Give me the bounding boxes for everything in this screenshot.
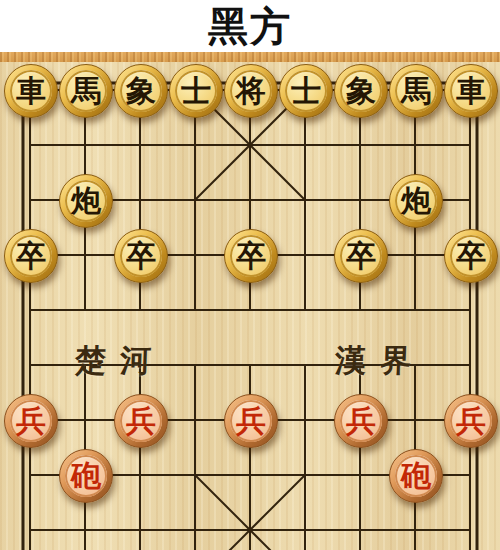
piece-glyph: 士 (175, 70, 217, 112)
piece-glyph: 兵 (450, 400, 492, 442)
piece-black-馬[interactable]: 馬 (389, 64, 443, 118)
piece-glyph: 馬 (65, 70, 107, 112)
piece-black-炮[interactable]: 炮 (389, 174, 443, 228)
piece-black-炮[interactable]: 炮 (59, 174, 113, 228)
river-label-chu-he: 楚河 (19, 340, 220, 382)
piece-black-士[interactable]: 士 (169, 64, 223, 118)
piece-red-砲[interactable]: 砲 (389, 449, 443, 503)
piece-black-車[interactable]: 車 (4, 64, 58, 118)
piece-black-卒[interactable]: 卒 (334, 229, 388, 283)
piece-glyph: 砲 (65, 455, 107, 497)
piece-red-兵[interactable]: 兵 (444, 394, 498, 448)
piece-glyph: 兵 (340, 400, 382, 442)
piece-red-兵[interactable]: 兵 (334, 394, 388, 448)
piece-glyph: 卒 (10, 235, 52, 277)
piece-glyph: 士 (285, 70, 327, 112)
piece-black-卒[interactable]: 卒 (224, 229, 278, 283)
piece-red-兵[interactable]: 兵 (114, 394, 168, 448)
piece-black-卒[interactable]: 卒 (4, 229, 58, 283)
piece-red-砲[interactable]: 砲 (59, 449, 113, 503)
page-title: 黑方 (208, 6, 292, 46)
piece-glyph: 炮 (395, 180, 437, 222)
piece-black-象[interactable]: 象 (334, 64, 388, 118)
piece-glyph: 象 (120, 70, 162, 112)
piece-glyph: 卒 (340, 235, 382, 277)
piece-black-将[interactable]: 将 (224, 64, 278, 118)
piece-glyph: 砲 (395, 455, 437, 497)
piece-red-兵[interactable]: 兵 (224, 394, 278, 448)
piece-glyph: 卒 (450, 235, 492, 277)
piece-glyph: 卒 (230, 235, 272, 277)
piece-glyph: 車 (10, 70, 52, 112)
piece-glyph: 炮 (65, 180, 107, 222)
piece-black-卒[interactable]: 卒 (444, 229, 498, 283)
river-label-han-jie: 漢界 (279, 340, 480, 382)
title-bar: 黑方 (0, 0, 500, 52)
piece-glyph: 馬 (395, 70, 437, 112)
piece-black-象[interactable]: 象 (114, 64, 168, 118)
xiangqi-screen: { "game": "xiangqi", "header": { "title"… (0, 0, 500, 550)
piece-black-馬[interactable]: 馬 (59, 64, 113, 118)
piece-glyph: 兵 (230, 400, 272, 442)
xiangqi-board[interactable]: 楚河 漢界 車馬象士将士象馬車炮炮卒卒卒卒卒兵兵兵兵兵砲砲 (0, 52, 500, 550)
piece-glyph: 兵 (120, 400, 162, 442)
piece-glyph: 車 (450, 70, 492, 112)
piece-glyph: 卒 (120, 235, 162, 277)
piece-black-卒[interactable]: 卒 (114, 229, 168, 283)
piece-black-車[interactable]: 車 (444, 64, 498, 118)
piece-glyph: 象 (340, 70, 382, 112)
piece-black-士[interactable]: 士 (279, 64, 333, 118)
piece-glyph: 将 (230, 70, 272, 112)
piece-red-兵[interactable]: 兵 (4, 394, 58, 448)
piece-glyph: 兵 (10, 400, 52, 442)
